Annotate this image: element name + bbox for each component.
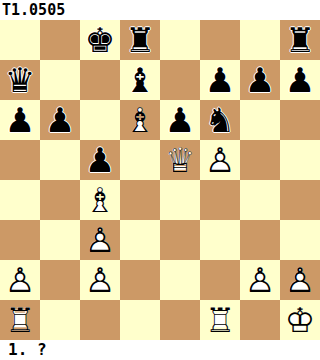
square-g4[interactable]: [240, 180, 280, 220]
square-h7[interactable]: ♟: [280, 60, 320, 100]
square-a2[interactable]: ♟♙: [0, 260, 40, 300]
square-d7[interactable]: ♝: [120, 60, 160, 100]
white-piece-outline: ♖: [0, 300, 40, 340]
piece-white-pawn[interactable]: ♟♙: [0, 260, 40, 300]
piece-white-pawn[interactable]: ♟♙: [200, 140, 240, 180]
square-g2[interactable]: ♟♙: [240, 260, 280, 300]
square-b1[interactable]: [40, 300, 80, 340]
square-h6[interactable]: [280, 100, 320, 140]
square-h4[interactable]: [280, 180, 320, 220]
move-prompt-label: 1. ?: [0, 340, 320, 360]
piece-white-pawn[interactable]: ♟♙: [80, 220, 120, 260]
square-f5[interactable]: ♟♙: [200, 140, 240, 180]
square-d4[interactable]: [120, 180, 160, 220]
piece-black-rook[interactable]: ♜: [280, 20, 320, 60]
piece-black-pawn[interactable]: ♟: [160, 100, 200, 140]
piece-white-rook[interactable]: ♜♖: [0, 300, 40, 340]
piece-black-pawn[interactable]: ♟: [0, 100, 40, 140]
square-h8[interactable]: ♜: [280, 20, 320, 60]
white-piece-outline: ♗: [120, 100, 160, 140]
square-f6[interactable]: ♞: [200, 100, 240, 140]
square-f1[interactable]: ♜♖: [200, 300, 240, 340]
white-piece-outline: ♙: [200, 140, 240, 180]
square-h3[interactable]: [280, 220, 320, 260]
white-piece-outline: ♖: [200, 300, 240, 340]
square-b2[interactable]: [40, 260, 80, 300]
square-c7[interactable]: [80, 60, 120, 100]
square-g1[interactable]: [240, 300, 280, 340]
square-f4[interactable]: [200, 180, 240, 220]
square-c6[interactable]: [80, 100, 120, 140]
square-d6[interactable]: ♝♗: [120, 100, 160, 140]
square-a6[interactable]: ♟: [0, 100, 40, 140]
piece-white-bishop[interactable]: ♝♗: [80, 180, 120, 220]
square-c2[interactable]: ♟♙: [80, 260, 120, 300]
piece-black-pawn[interactable]: ♟: [280, 60, 320, 100]
square-b5[interactable]: [40, 140, 80, 180]
white-piece-outline: ♙: [0, 260, 40, 300]
square-g3[interactable]: [240, 220, 280, 260]
piece-black-pawn[interactable]: ♟: [200, 60, 240, 100]
square-c4[interactable]: ♝♗: [80, 180, 120, 220]
square-b4[interactable]: [40, 180, 80, 220]
piece-white-queen[interactable]: ♛♕: [160, 140, 200, 180]
piece-black-bishop[interactable]: ♝: [120, 60, 160, 100]
square-a5[interactable]: [0, 140, 40, 180]
piece-black-queen[interactable]: ♛: [0, 60, 40, 100]
square-e8[interactable]: [160, 20, 200, 60]
square-a7[interactable]: ♛: [0, 60, 40, 100]
square-c5[interactable]: ♟: [80, 140, 120, 180]
square-a3[interactable]: [0, 220, 40, 260]
square-g8[interactable]: [240, 20, 280, 60]
square-e4[interactable]: [160, 180, 200, 220]
square-f8[interactable]: [200, 20, 240, 60]
square-e7[interactable]: [160, 60, 200, 100]
square-e3[interactable]: [160, 220, 200, 260]
square-e1[interactable]: [160, 300, 200, 340]
square-a8[interactable]: [0, 20, 40, 60]
square-g5[interactable]: [240, 140, 280, 180]
white-piece-outline: ♔: [280, 300, 320, 340]
piece-black-rook[interactable]: ♜: [120, 20, 160, 60]
piece-white-pawn[interactable]: ♟♙: [240, 260, 280, 300]
square-c1[interactable]: [80, 300, 120, 340]
piece-white-rook[interactable]: ♜♖: [200, 300, 240, 340]
square-a1[interactable]: ♜♖: [0, 300, 40, 340]
piece-white-pawn[interactable]: ♟♙: [80, 260, 120, 300]
square-d1[interactable]: [120, 300, 160, 340]
square-e5[interactable]: ♛♕: [160, 140, 200, 180]
square-g7[interactable]: ♟: [240, 60, 280, 100]
white-piece-outline: ♙: [240, 260, 280, 300]
piece-black-pawn[interactable]: ♟: [240, 60, 280, 100]
square-e2[interactable]: [160, 260, 200, 300]
square-f7[interactable]: ♟: [200, 60, 240, 100]
square-d8[interactable]: ♜: [120, 20, 160, 60]
piece-white-king[interactable]: ♚♔: [280, 300, 320, 340]
square-d2[interactable]: [120, 260, 160, 300]
piece-black-king[interactable]: ♚: [80, 20, 120, 60]
square-h1[interactable]: ♚♔: [280, 300, 320, 340]
white-piece-outline: ♙: [80, 260, 120, 300]
square-b3[interactable]: [40, 220, 80, 260]
square-h5[interactable]: [280, 140, 320, 180]
square-d5[interactable]: [120, 140, 160, 180]
square-h2[interactable]: ♟♙: [280, 260, 320, 300]
square-f3[interactable]: [200, 220, 240, 260]
white-piece-outline: ♕: [160, 140, 200, 180]
white-piece-outline: ♙: [80, 220, 120, 260]
square-f2[interactable]: [200, 260, 240, 300]
square-b6[interactable]: ♟: [40, 100, 80, 140]
square-b8[interactable]: [40, 20, 80, 60]
white-piece-outline: ♙: [280, 260, 320, 300]
square-g6[interactable]: [240, 100, 280, 140]
piece-white-bishop[interactable]: ♝♗: [120, 100, 160, 140]
piece-black-knight[interactable]: ♞: [200, 100, 240, 140]
square-a4[interactable]: [0, 180, 40, 220]
square-c3[interactable]: ♟♙: [80, 220, 120, 260]
white-piece-outline: ♗: [80, 180, 120, 220]
piece-white-pawn[interactable]: ♟♙: [280, 260, 320, 300]
piece-black-pawn[interactable]: ♟: [80, 140, 120, 180]
chess-problem-viewer: T1.0505 ♚♜♜♛♝♟♟♟♟♟♝♗♟♞♟♛♕♟♙♝♗♟♙♟♙♟♙♟♙♟♙♜…: [0, 0, 320, 360]
piece-black-pawn[interactable]: ♟: [40, 100, 80, 140]
square-d3[interactable]: [120, 220, 160, 260]
square-e6[interactable]: ♟: [160, 100, 200, 140]
problem-id-label: T1.0505: [0, 0, 320, 20]
square-b7[interactable]: [40, 60, 80, 100]
chess-board: ♚♜♜♛♝♟♟♟♟♟♝♗♟♞♟♛♕♟♙♝♗♟♙♟♙♟♙♟♙♟♙♜♖♜♖♚♔: [0, 20, 320, 340]
square-c8[interactable]: ♚: [80, 20, 120, 60]
